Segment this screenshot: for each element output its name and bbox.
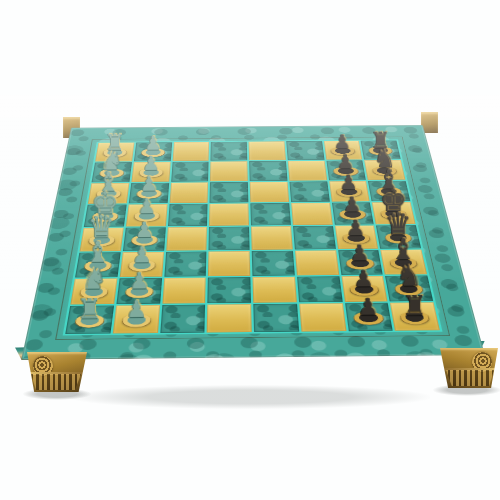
black-pawn[interactable]: ♟ (337, 153, 355, 171)
square-h3[interactable] (172, 142, 209, 161)
square-c6[interactable] (295, 250, 339, 275)
black-knight[interactable]: ♞ (396, 263, 422, 290)
square-a6[interactable] (299, 303, 346, 331)
square-g4[interactable] (210, 161, 248, 181)
square-a8[interactable]: ♜ (390, 303, 440, 331)
square-d5[interactable] (251, 226, 293, 250)
square-g3[interactable] (171, 161, 209, 181)
black-pawn[interactable]: ♟ (334, 134, 351, 152)
square-d6[interactable] (293, 226, 336, 250)
square-b5[interactable] (252, 276, 296, 303)
white-pawn[interactable]: ♟ (126, 299, 147, 321)
square-b6[interactable] (297, 276, 342, 302)
square-d4[interactable] (209, 227, 250, 251)
square-d3[interactable] (166, 227, 208, 251)
square-g5[interactable] (249, 161, 287, 181)
square-h4[interactable] (211, 142, 248, 161)
square-b3[interactable] (162, 277, 206, 304)
square-g6[interactable] (288, 161, 327, 181)
board-foot-front-left (27, 352, 87, 392)
square-f3[interactable] (169, 182, 208, 203)
white-pawn[interactable]: ♟ (142, 155, 160, 173)
square-e4[interactable] (209, 204, 249, 226)
foot-flutes (31, 374, 81, 390)
chess-board: ♜♟♟♜♞♟♟♞♝♟♟♝♚♟♟♚♛♟♟♛♝♟♟♝♞♟♟♞♜♟♟♜ (21, 125, 485, 360)
square-h6[interactable] (286, 141, 324, 160)
white-pawn[interactable]: ♟ (134, 221, 153, 241)
square-f4[interactable] (210, 182, 249, 203)
square-c5[interactable] (252, 251, 295, 276)
black-pawn[interactable]: ♟ (350, 243, 370, 263)
square-h5[interactable] (249, 141, 286, 160)
board-foot-front-right (440, 348, 498, 388)
square-e6[interactable] (291, 203, 332, 225)
black-pawn[interactable]: ♟ (347, 219, 366, 239)
white-rook[interactable]: ♜ (77, 296, 102, 322)
black-pawn[interactable]: ♟ (354, 269, 374, 290)
black-pawn[interactable]: ♟ (358, 297, 379, 319)
black-pawn[interactable]: ♟ (340, 174, 358, 193)
white-pawn[interactable]: ♟ (144, 135, 161, 153)
square-e3[interactable] (167, 204, 207, 226)
square-c3[interactable] (164, 251, 207, 276)
square-a4[interactable] (207, 304, 252, 332)
square-a5[interactable] (253, 304, 299, 332)
square-f5[interactable] (250, 181, 289, 202)
white-pawn[interactable]: ♟ (140, 175, 158, 194)
square-a2[interactable]: ♟ (113, 305, 160, 333)
square-c4[interactable] (208, 251, 250, 276)
white-pawn[interactable]: ♟ (137, 197, 156, 216)
square-a1[interactable]: ♜ (65, 306, 114, 334)
foot-flutes (446, 370, 494, 386)
square-f6[interactable] (289, 181, 329, 202)
board-shadow (70, 385, 430, 409)
white-knight[interactable]: ♞ (81, 266, 107, 293)
square-e5[interactable] (250, 203, 290, 225)
square-b4[interactable] (208, 277, 251, 304)
white-pawn[interactable]: ♟ (129, 271, 150, 292)
white-pawn[interactable]: ♟ (132, 245, 152, 265)
chess-set-photo: ♜♟♟♜♞♟♟♞♝♟♟♝♚♟♟♚♛♟♟♛♝♟♟♝♞♟♟♞♜♟♟♜ (0, 0, 500, 500)
square-a7[interactable]: ♟ (345, 303, 393, 331)
square-a3[interactable] (160, 305, 206, 333)
black-pawn[interactable]: ♟ (343, 196, 362, 215)
black-rook[interactable]: ♜ (402, 292, 427, 318)
board-grid: ♜♟♟♜♞♟♟♞♝♟♟♝♚♟♟♚♛♟♟♛♝♟♟♝♞♟♟♞♜♟♟♜ (65, 140, 440, 334)
